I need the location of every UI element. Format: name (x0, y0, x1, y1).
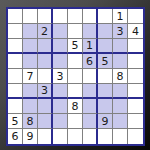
cell-r1c6[interactable] (83, 9, 98, 24)
given-digit: 8 (117, 71, 124, 82)
cell-r2c3[interactable]: 2 (38, 24, 53, 39)
cell-r9c5[interactable] (68, 129, 83, 144)
cell-r4c6[interactable]: 6 (83, 54, 98, 69)
cell-r4c2[interactable] (23, 54, 38, 69)
cell-r3c8[interactable] (113, 39, 128, 54)
cell-r3c5[interactable]: 5 (68, 39, 83, 54)
cell-r6c3[interactable]: 3 (38, 84, 53, 99)
cell-r9c1[interactable]: 6 (8, 129, 23, 144)
cell-r5c8[interactable]: 8 (113, 69, 128, 84)
cell-r8c5[interactable] (68, 114, 83, 129)
cell-r3c9[interactable] (128, 39, 143, 54)
given-digit: 9 (102, 116, 109, 127)
given-digit: 1 (117, 11, 124, 22)
cell-r8c7[interactable]: 9 (98, 114, 113, 129)
cell-r2c5[interactable] (68, 24, 83, 39)
cell-r9c7[interactable] (98, 129, 113, 144)
cell-r8c2[interactable]: 8 (23, 114, 38, 129)
cell-r6c8[interactable] (113, 84, 128, 99)
cell-r6c2[interactable] (23, 84, 38, 99)
cell-r9c9[interactable] (128, 129, 143, 144)
cell-r1c5[interactable] (68, 9, 83, 24)
cell-r3c3[interactable] (38, 39, 53, 54)
cell-r7c6[interactable] (83, 99, 98, 114)
given-digit: 5 (72, 40, 79, 51)
given-digit: 6 (12, 131, 19, 142)
cell-r8c9[interactable] (128, 114, 143, 129)
cell-r7c4[interactable] (53, 99, 68, 114)
cell-r6c4[interactable] (53, 84, 68, 99)
cell-r6c5[interactable] (68, 84, 83, 99)
cell-r7c2[interactable] (23, 99, 38, 114)
cell-r3c4[interactable] (53, 39, 68, 54)
cell-r5c9[interactable] (128, 69, 143, 84)
cell-r2c7[interactable] (98, 24, 113, 39)
given-digit: 3 (57, 71, 64, 82)
cell-r6c9[interactable] (128, 84, 143, 99)
cell-r5c2[interactable]: 7 (23, 69, 38, 84)
given-digit: 8 (72, 101, 79, 112)
given-digit: 3 (41, 85, 48, 96)
cell-r1c2[interactable] (23, 9, 38, 24)
cell-r7c8[interactable] (113, 99, 128, 114)
cell-r7c5[interactable]: 8 (68, 99, 83, 114)
cell-r5c7[interactable] (98, 69, 113, 84)
cell-r7c1[interactable] (8, 99, 23, 114)
cell-r8c3[interactable] (38, 114, 53, 129)
cell-r8c6[interactable] (83, 114, 98, 129)
cell-r9c8[interactable] (113, 129, 128, 144)
cell-r5c4[interactable]: 3 (53, 69, 68, 84)
given-digit: 7 (27, 71, 34, 82)
cell-r1c7[interactable] (98, 9, 113, 24)
cell-r6c6[interactable] (83, 84, 98, 99)
cell-r2c8[interactable]: 3 (113, 24, 128, 39)
given-digit: 3 (117, 26, 124, 37)
sudoku-board: 123451657383858969 (6, 7, 145, 146)
cell-r3c2[interactable] (23, 39, 38, 54)
given-digit: 5 (12, 116, 19, 127)
cell-r4c1[interactable] (8, 54, 23, 69)
cell-r1c1[interactable] (8, 9, 23, 24)
cell-r3c6[interactable]: 1 (83, 39, 98, 54)
cell-r5c1[interactable] (8, 69, 23, 84)
given-digit: 5 (102, 56, 109, 67)
cell-r1c9[interactable] (128, 9, 143, 24)
given-digit: 9 (27, 131, 34, 142)
cell-r4c3[interactable] (38, 54, 53, 69)
cell-r5c5[interactable] (68, 69, 83, 84)
given-digit: 1 (86, 40, 93, 51)
cell-r9c4[interactable] (53, 129, 68, 144)
cell-r1c4[interactable] (53, 9, 68, 24)
given-digit: 8 (27, 116, 34, 127)
cell-r5c3[interactable] (38, 69, 53, 84)
cell-r9c3[interactable] (38, 129, 53, 144)
cell-r8c8[interactable] (113, 114, 128, 129)
cell-r9c2[interactable]: 9 (23, 129, 38, 144)
cell-r5c6[interactable] (83, 69, 98, 84)
cell-r2c6[interactable] (83, 24, 98, 39)
given-digit: 6 (86, 56, 93, 67)
cell-r6c1[interactable] (8, 84, 23, 99)
cell-r2c2[interactable] (23, 24, 38, 39)
cell-r3c1[interactable] (8, 39, 23, 54)
given-digit: 2 (41, 26, 48, 37)
cell-r2c9[interactable]: 4 (128, 24, 143, 39)
cell-r4c7[interactable]: 5 (98, 54, 113, 69)
cell-r9c6[interactable] (83, 129, 98, 144)
cell-r7c3[interactable] (38, 99, 53, 114)
cell-r4c8[interactable] (113, 54, 128, 69)
cell-r8c1[interactable]: 5 (8, 114, 23, 129)
cell-r4c5[interactable] (68, 54, 83, 69)
cell-r4c9[interactable] (128, 54, 143, 69)
given-digit: 4 (132, 26, 139, 37)
cell-r1c8[interactable]: 1 (113, 9, 128, 24)
cell-r7c9[interactable] (128, 99, 143, 114)
cell-r1c3[interactable] (38, 9, 53, 24)
cell-r3c7[interactable] (98, 39, 113, 54)
cell-r2c1[interactable] (8, 24, 23, 39)
cell-r7c7[interactable] (98, 99, 113, 114)
cell-r4c4[interactable] (53, 54, 68, 69)
cell-r2c4[interactable] (53, 24, 68, 39)
cell-r8c4[interactable] (53, 114, 68, 129)
cell-r6c7[interactable] (98, 84, 113, 99)
